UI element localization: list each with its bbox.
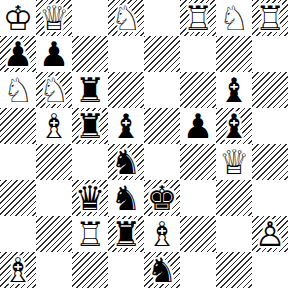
square-g1[interactable] bbox=[216, 252, 252, 288]
square-b4[interactable] bbox=[36, 144, 72, 180]
square-f6[interactable] bbox=[180, 72, 216, 108]
square-a3[interactable] bbox=[0, 180, 36, 216]
black-queen-icon: ♛ bbox=[72, 180, 108, 216]
square-f1[interactable] bbox=[180, 252, 216, 288]
square-e2[interactable]: ♝♗ bbox=[144, 216, 180, 252]
square-h7[interactable] bbox=[252, 36, 288, 72]
square-d3[interactable]: ♞ bbox=[108, 180, 144, 216]
square-b5[interactable]: ♝♗ bbox=[36, 108, 72, 144]
square-e6[interactable] bbox=[144, 72, 180, 108]
square-a6[interactable]: ♞♘ bbox=[0, 72, 36, 108]
square-f7[interactable] bbox=[180, 36, 216, 72]
square-c5[interactable]: ♜ bbox=[72, 108, 108, 144]
square-h3[interactable] bbox=[252, 180, 288, 216]
black-pawn-icon: ♟ bbox=[180, 108, 216, 144]
piece-black-rook: ♜ bbox=[72, 108, 108, 144]
piece-white-bishop: ♝♗ bbox=[36, 108, 72, 144]
piece-black-bishop: ♝ bbox=[216, 72, 252, 108]
piece-black-pawn: ♟ bbox=[36, 36, 72, 72]
piece-white-knight: ♞♘ bbox=[108, 0, 144, 36]
white-bishop-icon: ♗ bbox=[144, 216, 180, 252]
black-pawn-icon: ♟ bbox=[0, 36, 36, 72]
white-queen-icon: ♕ bbox=[216, 144, 252, 180]
square-e7[interactable] bbox=[144, 36, 180, 72]
square-b6[interactable]: ♞♘ bbox=[36, 72, 72, 108]
piece-black-bishop: ♝ bbox=[108, 108, 144, 144]
black-bishop-icon: ♝ bbox=[216, 72, 252, 108]
square-b7[interactable]: ♟ bbox=[36, 36, 72, 72]
black-rook-icon: ♜ bbox=[108, 216, 144, 252]
square-g7[interactable] bbox=[216, 36, 252, 72]
square-c4[interactable] bbox=[72, 144, 108, 180]
square-b2[interactable] bbox=[36, 216, 72, 252]
piece-black-pawn: ♟ bbox=[180, 108, 216, 144]
black-knight-icon: ♞ bbox=[108, 180, 144, 216]
piece-black-rook: ♜ bbox=[108, 216, 144, 252]
piece-white-bishop: ♝♗ bbox=[144, 216, 180, 252]
square-d8[interactable]: ♞♘ bbox=[108, 0, 144, 36]
square-f5[interactable]: ♟ bbox=[180, 108, 216, 144]
square-a4[interactable] bbox=[0, 144, 36, 180]
square-c2[interactable]: ♜♖ bbox=[72, 216, 108, 252]
piece-white-knight: ♞♘ bbox=[36, 72, 72, 108]
piece-white-rook: ♜♖ bbox=[180, 0, 216, 36]
piece-white-rook: ♜♖ bbox=[72, 216, 108, 252]
black-king-icon: ♚ bbox=[144, 180, 180, 216]
square-e5[interactable] bbox=[144, 108, 180, 144]
piece-white-bishop: ♝♗ bbox=[0, 252, 36, 288]
square-h8[interactable]: ♜♖ bbox=[252, 0, 288, 36]
piece-white-queen: ♛♕ bbox=[36, 0, 72, 36]
piece-white-pawn: ♟♙ bbox=[252, 216, 288, 252]
black-bishop-icon: ♝ bbox=[216, 108, 252, 144]
square-g5[interactable]: ♝ bbox=[216, 108, 252, 144]
white-knight-icon: ♘ bbox=[0, 72, 36, 108]
square-g4[interactable]: ♛♕ bbox=[216, 144, 252, 180]
square-d2[interactable]: ♜ bbox=[108, 216, 144, 252]
square-c1[interactable] bbox=[72, 252, 108, 288]
piece-black-knight: ♞ bbox=[108, 180, 144, 216]
black-pawn-icon: ♟ bbox=[36, 36, 72, 72]
piece-black-bishop: ♝ bbox=[216, 108, 252, 144]
square-c7[interactable] bbox=[72, 36, 108, 72]
square-f2[interactable] bbox=[180, 216, 216, 252]
piece-black-queen: ♛ bbox=[72, 180, 108, 216]
piece-black-king: ♚ bbox=[144, 180, 180, 216]
square-e4[interactable] bbox=[144, 144, 180, 180]
piece-black-knight: ♞ bbox=[108, 144, 144, 180]
piece-white-rook: ♜♖ bbox=[252, 0, 288, 36]
chess-board: ♚♔♛♕♞♘♜♖♞♘♜♖♟♟♞♘♞♘♜♝♝♗♜♝♟♝♞♛♕♛♞♚♜♖♜♝♗♟♙♝… bbox=[0, 0, 288, 288]
square-d4[interactable]: ♞ bbox=[108, 144, 144, 180]
piece-black-rook: ♜ bbox=[72, 72, 108, 108]
square-e8[interactable] bbox=[144, 0, 180, 36]
piece-black-pawn: ♟ bbox=[0, 36, 36, 72]
square-f4[interactable] bbox=[180, 144, 216, 180]
white-knight-icon: ♘ bbox=[216, 0, 252, 36]
square-a7[interactable]: ♟ bbox=[0, 36, 36, 72]
piece-black-knight: ♞ bbox=[144, 252, 180, 288]
piece-white-king: ♚♔ bbox=[0, 0, 36, 36]
square-d6[interactable] bbox=[108, 72, 144, 108]
square-f8[interactable]: ♜♖ bbox=[180, 0, 216, 36]
square-g8[interactable]: ♞♘ bbox=[216, 0, 252, 36]
white-pawn-icon: ♙ bbox=[252, 216, 288, 252]
square-h6[interactable] bbox=[252, 72, 288, 108]
square-e1[interactable]: ♞ bbox=[144, 252, 180, 288]
square-c3[interactable]: ♛ bbox=[72, 180, 108, 216]
square-d7[interactable] bbox=[108, 36, 144, 72]
black-rook-icon: ♜ bbox=[72, 72, 108, 108]
square-a8[interactable]: ♚♔ bbox=[0, 0, 36, 36]
square-a5[interactable] bbox=[0, 108, 36, 144]
square-f3[interactable] bbox=[180, 180, 216, 216]
black-knight-icon: ♞ bbox=[144, 252, 180, 288]
square-a1[interactable]: ♝♗ bbox=[0, 252, 36, 288]
white-king-icon: ♔ bbox=[0, 0, 36, 36]
square-g2[interactable] bbox=[216, 216, 252, 252]
square-d1[interactable] bbox=[108, 252, 144, 288]
white-knight-icon: ♘ bbox=[108, 0, 144, 36]
square-g6[interactable]: ♝ bbox=[216, 72, 252, 108]
piece-white-queen: ♛♕ bbox=[216, 144, 252, 180]
black-rook-icon: ♜ bbox=[72, 108, 108, 144]
square-g3[interactable] bbox=[216, 180, 252, 216]
square-b8[interactable]: ♛♕ bbox=[36, 0, 72, 36]
square-h1[interactable] bbox=[252, 252, 288, 288]
square-h2[interactable]: ♟♙ bbox=[252, 216, 288, 252]
white-bishop-icon: ♗ bbox=[36, 108, 72, 144]
black-bishop-icon: ♝ bbox=[108, 108, 144, 144]
square-h5[interactable] bbox=[252, 108, 288, 144]
black-knight-icon: ♞ bbox=[108, 144, 144, 180]
white-rook-icon: ♖ bbox=[252, 0, 288, 36]
square-b1[interactable] bbox=[36, 252, 72, 288]
white-bishop-icon: ♗ bbox=[0, 252, 36, 288]
white-rook-icon: ♖ bbox=[72, 216, 108, 252]
square-h4[interactable] bbox=[252, 144, 288, 180]
square-b3[interactable] bbox=[36, 180, 72, 216]
piece-white-knight: ♞♘ bbox=[0, 72, 36, 108]
white-rook-icon: ♖ bbox=[180, 0, 216, 36]
white-queen-icon: ♕ bbox=[36, 0, 72, 36]
white-knight-icon: ♘ bbox=[36, 72, 72, 108]
square-a2[interactable] bbox=[0, 216, 36, 252]
square-c8[interactable] bbox=[72, 0, 108, 36]
square-e3[interactable]: ♚ bbox=[144, 180, 180, 216]
piece-white-knight: ♞♘ bbox=[216, 0, 252, 36]
square-d5[interactable]: ♝ bbox=[108, 108, 144, 144]
square-c6[interactable]: ♜ bbox=[72, 72, 108, 108]
